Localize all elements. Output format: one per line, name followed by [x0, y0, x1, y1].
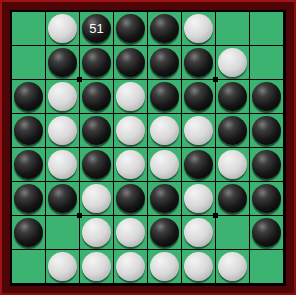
cell-f4[interactable]	[182, 114, 215, 147]
black-disc	[218, 82, 247, 111]
cell-g7[interactable]	[216, 216, 249, 249]
black-disc	[150, 48, 179, 77]
black-disc	[252, 150, 281, 179]
black-disc	[252, 184, 281, 213]
black-disc	[150, 184, 179, 213]
black-disc	[82, 48, 111, 77]
black-disc	[82, 150, 111, 179]
cell-e3[interactable]	[148, 80, 181, 113]
cell-b7[interactable]	[46, 216, 79, 249]
black-disc	[116, 184, 145, 213]
black-disc	[184, 82, 213, 111]
cell-f7[interactable]	[182, 216, 215, 249]
cell-c3[interactable]	[80, 80, 113, 113]
cell-h8[interactable]	[250, 250, 283, 283]
cell-a5[interactable]	[12, 148, 45, 181]
cell-e6[interactable]	[148, 182, 181, 215]
cell-d2[interactable]	[114, 46, 147, 79]
white-disc	[48, 150, 77, 179]
black-disc	[116, 14, 145, 43]
black-disc	[48, 48, 77, 77]
cell-c8[interactable]	[80, 250, 113, 283]
cell-d6[interactable]	[114, 182, 147, 215]
white-disc	[82, 184, 111, 213]
cell-f5[interactable]	[182, 148, 215, 181]
cell-b5[interactable]	[46, 148, 79, 181]
cell-h2[interactable]	[250, 46, 283, 79]
cell-d7[interactable]	[114, 216, 147, 249]
cell-h3[interactable]	[250, 80, 283, 113]
white-disc	[218, 252, 247, 281]
black-disc	[116, 48, 145, 77]
cell-a4[interactable]	[12, 114, 45, 147]
cell-g1[interactable]	[216, 12, 249, 45]
black-disc	[14, 150, 43, 179]
cell-a3[interactable]	[12, 80, 45, 113]
cell-f8[interactable]	[182, 250, 215, 283]
cell-a1[interactable]	[12, 12, 45, 45]
cell-g4[interactable]	[216, 114, 249, 147]
cell-d8[interactable]	[114, 250, 147, 283]
white-disc	[150, 252, 179, 281]
white-disc	[48, 252, 77, 281]
white-disc	[184, 218, 213, 247]
black-disc	[218, 184, 247, 213]
cell-e8[interactable]	[148, 250, 181, 283]
white-disc	[184, 184, 213, 213]
cell-b4[interactable]	[46, 114, 79, 147]
cell-d3[interactable]	[114, 80, 147, 113]
black-disc	[184, 48, 213, 77]
cell-f2[interactable]	[182, 46, 215, 79]
cell-g5[interactable]	[216, 148, 249, 181]
cell-e7[interactable]	[148, 216, 181, 249]
cell-c1[interactable]: 51	[80, 12, 113, 45]
black-disc	[82, 82, 111, 111]
cell-h6[interactable]	[250, 182, 283, 215]
cell-d4[interactable]	[114, 114, 147, 147]
cell-c2[interactable]	[80, 46, 113, 79]
cell-e5[interactable]	[148, 148, 181, 181]
white-disc	[48, 116, 77, 145]
black-disc	[252, 116, 281, 145]
black-disc	[218, 116, 247, 145]
cell-b8[interactable]	[46, 250, 79, 283]
cell-b3[interactable]	[46, 80, 79, 113]
white-disc	[48, 82, 77, 111]
white-disc	[82, 252, 111, 281]
black-disc	[82, 116, 111, 145]
white-disc	[184, 116, 213, 145]
black-disc	[184, 150, 213, 179]
white-disc	[116, 252, 145, 281]
cell-b1[interactable]	[46, 12, 79, 45]
black-disc	[150, 82, 179, 111]
white-disc	[184, 14, 213, 43]
cell-h5[interactable]	[250, 148, 283, 181]
black-disc	[14, 82, 43, 111]
cell-d5[interactable]	[114, 148, 147, 181]
white-disc	[116, 218, 145, 247]
black-disc	[150, 218, 179, 247]
cell-e2[interactable]	[148, 46, 181, 79]
cell-e4[interactable]	[148, 114, 181, 147]
cell-h7[interactable]	[250, 216, 283, 249]
black-disc	[14, 218, 43, 247]
cell-a7[interactable]	[12, 216, 45, 249]
board: 51	[12, 12, 283, 283]
white-disc	[150, 150, 179, 179]
black-disc	[252, 82, 281, 111]
cell-a6[interactable]	[12, 182, 45, 215]
white-disc	[116, 82, 145, 111]
cell-a8[interactable]	[12, 250, 45, 283]
black-disc	[48, 184, 77, 213]
cell-g2[interactable]	[216, 46, 249, 79]
cell-h4[interactable]	[250, 114, 283, 147]
cell-f6[interactable]	[182, 182, 215, 215]
black-disc	[252, 218, 281, 247]
black-disc	[150, 14, 179, 43]
cell-c5[interactable]	[80, 148, 113, 181]
cell-g8[interactable]	[216, 250, 249, 283]
white-disc	[82, 218, 111, 247]
white-disc	[116, 150, 145, 179]
cell-f1[interactable]	[182, 12, 215, 45]
move-number-label: 51	[89, 22, 103, 35]
cell-e1[interactable]	[148, 12, 181, 45]
white-disc	[218, 48, 247, 77]
black-disc: 51	[82, 14, 111, 43]
cell-a2[interactable]	[12, 46, 45, 79]
white-disc	[116, 116, 145, 145]
cell-c6[interactable]	[80, 182, 113, 215]
cell-g6[interactable]	[216, 182, 249, 215]
cell-f3[interactable]	[182, 80, 215, 113]
cell-g3[interactable]	[216, 80, 249, 113]
black-disc	[14, 184, 43, 213]
cell-b6[interactable]	[46, 182, 79, 215]
cell-d1[interactable]	[114, 12, 147, 45]
white-disc	[48, 14, 77, 43]
cell-b2[interactable]	[46, 46, 79, 79]
white-disc	[184, 252, 213, 281]
cell-c4[interactable]	[80, 114, 113, 147]
cell-c7[interactable]	[80, 216, 113, 249]
white-disc	[218, 150, 247, 179]
black-disc	[14, 116, 43, 145]
cell-h1[interactable]	[250, 12, 283, 45]
white-disc	[150, 116, 179, 145]
